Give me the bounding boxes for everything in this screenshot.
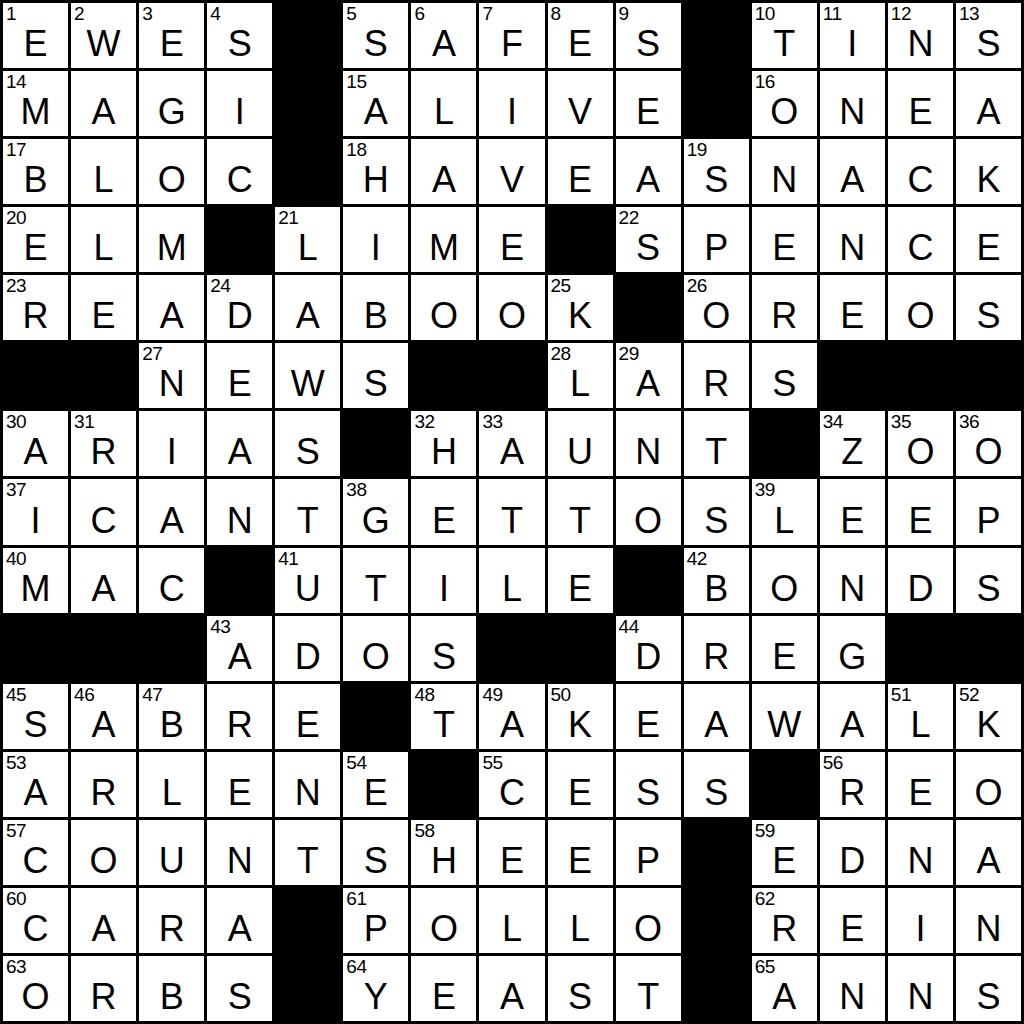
letter-cell-r15c9[interactable]: S — [548, 956, 613, 1021]
letter-cell-r8c4[interactable]: N — [207, 479, 272, 544]
letter-cell-r8c12[interactable]: 39L — [752, 479, 817, 544]
letter-cell-r11c14[interactable]: 51L — [888, 684, 953, 749]
letter-cell-r3c10[interactable]: A — [616, 139, 681, 204]
clue-number: 4 — [210, 3, 220, 25]
letter-cell-r6c12[interactable]: S — [752, 343, 817, 408]
letter-cell-r4c8[interactable]: E — [479, 207, 544, 272]
cell-letter: C — [23, 911, 49, 947]
letter-cell-r2c6[interactable]: 15A — [343, 71, 408, 136]
letter-cell-r1c4[interactable]: 4S — [207, 3, 272, 68]
black-cell — [411, 752, 476, 817]
cell-letter: T — [365, 571, 387, 607]
letter-cell-r14c1[interactable]: 60C — [3, 888, 68, 953]
clue-number: 18 — [346, 139, 366, 161]
letter-cell-r15c2[interactable]: R — [71, 956, 136, 1021]
letter-cell-r14c12[interactable]: 62R — [752, 888, 817, 953]
cell-letter: I — [439, 571, 449, 607]
cell-letter: I — [507, 94, 517, 130]
letter-cell-r2c1[interactable]: 14M — [3, 71, 68, 136]
letter-cell-r4c12[interactable]: E — [752, 207, 817, 272]
cell-letter: B — [160, 979, 184, 1015]
crossword-board: 1E2W3E4S5S6A7F8E9S10T11I12N13S14MAGI15AL… — [0, 0, 1024, 1024]
clue-number: 16 — [755, 71, 775, 93]
letter-cell-r7c8[interactable]: 33A — [479, 411, 544, 476]
letter-cell-r2c10[interactable]: E — [616, 71, 681, 136]
cell-letter: O — [498, 298, 526, 334]
clue-number: 21 — [278, 207, 298, 229]
letter-cell-r4c14[interactable]: C — [888, 207, 953, 272]
letter-cell-r6c4[interactable]: E — [207, 343, 272, 408]
letter-cell-r14c6[interactable]: 61P — [343, 888, 408, 953]
clue-number: 40 — [6, 548, 26, 570]
letter-cell-r13c7[interactable]: 58H — [411, 820, 476, 885]
letter-cell-r2c2[interactable]: A — [71, 71, 136, 136]
letter-cell-r8c8[interactable]: T — [479, 479, 544, 544]
letter-cell-r5c6[interactable]: B — [343, 275, 408, 340]
letter-cell-r7c15[interactable]: 36O — [956, 411, 1021, 476]
letter-cell-r1c13[interactable]: 11I — [820, 3, 885, 68]
letter-cell-r13c10[interactable]: P — [616, 820, 681, 885]
letter-cell-r7c2[interactable]: 31R — [71, 411, 136, 476]
cell-letter: O — [22, 979, 50, 1015]
cell-letter: E — [296, 707, 320, 743]
letter-cell-r8c14[interactable]: E — [888, 479, 953, 544]
cell-letter: L — [94, 162, 114, 198]
letter-cell-r15c4[interactable]: S — [207, 956, 272, 1021]
letter-cell-r3c15[interactable]: K — [956, 139, 1021, 204]
letter-cell-r2c7[interactable]: L — [411, 71, 476, 136]
letter-cell-r9c1[interactable]: 40M — [3, 548, 68, 613]
letter-cell-r5c15[interactable]: S — [956, 275, 1021, 340]
cell-letter: A — [432, 26, 456, 62]
letter-cell-r8c6[interactable]: 38G — [343, 479, 408, 544]
letter-cell-r7c4[interactable]: A — [207, 411, 272, 476]
cell-letter: P — [636, 843, 660, 879]
cell-letter: S — [704, 775, 728, 811]
letter-cell-r9c6[interactable]: T — [343, 548, 408, 613]
letter-cell-r3c8[interactable]: V — [479, 139, 544, 204]
letter-cell-r10c10[interactable]: 44D — [616, 616, 681, 681]
letter-cell-r7c1[interactable]: 30A — [3, 411, 68, 476]
letter-cell-r5c7[interactable]: O — [411, 275, 476, 340]
letter-cell-r8c11[interactable]: S — [684, 479, 749, 544]
letter-cell-r7c11[interactable]: T — [684, 411, 749, 476]
letter-cell-r10c6[interactable]: O — [343, 616, 408, 681]
letter-cell-r12c14[interactable]: E — [888, 752, 953, 817]
cell-letter: S — [24, 707, 48, 743]
letter-cell-r7c10[interactable]: N — [616, 411, 681, 476]
letter-cell-r9c5[interactable]: 41U — [275, 548, 340, 613]
clue-number: 42 — [687, 548, 707, 570]
letter-cell-r3c6[interactable]: 18H — [343, 139, 408, 204]
letter-cell-r12c10[interactable]: S — [616, 752, 681, 817]
cell-letter: L — [570, 366, 590, 402]
letter-cell-r5c11[interactable]: 26O — [684, 275, 749, 340]
cell-letter: E — [568, 162, 592, 198]
letter-cell-r12c2[interactable]: R — [71, 752, 136, 817]
letter-cell-r13c1[interactable]: 57C — [3, 820, 68, 885]
letter-cell-r9c3[interactable]: C — [139, 548, 204, 613]
black-cell — [343, 684, 408, 749]
cell-letter: A — [704, 707, 728, 743]
letter-cell-r9c8[interactable]: L — [479, 548, 544, 613]
letter-cell-r6c9[interactable]: 28L — [548, 343, 613, 408]
cell-letter: S — [976, 571, 1000, 607]
cell-letter: V — [500, 162, 524, 198]
clue-number: 51 — [891, 684, 911, 706]
letter-cell-r13c3[interactable]: U — [139, 820, 204, 885]
cell-letter: F — [501, 26, 523, 62]
letter-cell-r10c12[interactable]: E — [752, 616, 817, 681]
letter-cell-r15c7[interactable]: E — [411, 956, 476, 1021]
letter-cell-r4c2[interactable]: L — [71, 207, 136, 272]
cell-letter: D — [227, 298, 253, 334]
cell-letter: P — [364, 911, 388, 947]
letter-cell-r5c9[interactable]: 25K — [548, 275, 613, 340]
letter-cell-r11c12[interactable]: W — [752, 684, 817, 749]
cell-letter: N — [907, 26, 933, 62]
cell-letter: A — [500, 707, 524, 743]
cell-letter: D — [635, 639, 661, 675]
clue-number: 58 — [414, 820, 434, 842]
letter-cell-r7c7[interactable]: 32H — [411, 411, 476, 476]
letter-cell-r14c8[interactable]: L — [479, 888, 544, 953]
letter-cell-r8c9[interactable]: T — [548, 479, 613, 544]
letter-cell-r5c2[interactable]: E — [71, 275, 136, 340]
clue-number: 63 — [6, 956, 26, 978]
letter-cell-r4c15[interactable]: E — [956, 207, 1021, 272]
cell-letter: R — [839, 775, 865, 811]
letter-cell-r5c12[interactable]: R — [752, 275, 817, 340]
clue-number: 26 — [687, 275, 707, 297]
letter-cell-r8c7[interactable]: E — [411, 479, 476, 544]
letter-cell-r6c3[interactable]: 27N — [139, 343, 204, 408]
letter-cell-r11c9[interactable]: 50K — [548, 684, 613, 749]
letter-cell-r11c7[interactable]: 48T — [411, 684, 476, 749]
letter-cell-r2c9[interactable]: V — [548, 71, 613, 136]
clue-number: 1 — [6, 3, 16, 25]
letter-cell-r14c13[interactable]: E — [820, 888, 885, 953]
letter-cell-r15c10[interactable]: T — [616, 956, 681, 1021]
letter-cell-r13c2[interactable]: O — [71, 820, 136, 885]
cell-letter: S — [568, 979, 592, 1015]
letter-cell-r12c3[interactable]: L — [139, 752, 204, 817]
letter-cell-r3c3[interactable]: O — [139, 139, 204, 204]
letter-cell-r6c6[interactable]: S — [343, 343, 408, 408]
clue-number: 59 — [755, 820, 775, 842]
black-cell — [275, 888, 340, 953]
letter-cell-r4c10[interactable]: 22S — [616, 207, 681, 272]
cell-letter: N — [227, 503, 253, 539]
clue-number: 12 — [891, 3, 911, 25]
letter-cell-r3c1[interactable]: 17B — [3, 139, 68, 204]
letter-cell-r1c2[interactable]: 2W — [71, 3, 136, 68]
letter-cell-r13c9[interactable]: E — [548, 820, 613, 885]
letter-cell-r9c15[interactable]: S — [956, 548, 1021, 613]
letter-cell-r5c4[interactable]: 24D — [207, 275, 272, 340]
letter-cell-r4c6[interactable]: I — [343, 207, 408, 272]
letter-cell-r3c9[interactable]: E — [548, 139, 613, 204]
cell-letter: S — [296, 434, 320, 470]
letter-cell-r5c1[interactable]: 23R — [3, 275, 68, 340]
letter-cell-r5c13[interactable]: E — [820, 275, 885, 340]
letter-cell-r9c14[interactable]: D — [888, 548, 953, 613]
cell-letter: A — [92, 94, 116, 130]
letter-cell-r11c5[interactable]: E — [275, 684, 340, 749]
letter-cell-r14c4[interactable]: A — [207, 888, 272, 953]
black-cell — [616, 275, 681, 340]
letter-cell-r11c1[interactable]: 45S — [3, 684, 68, 749]
letter-cell-r10c5[interactable]: D — [275, 616, 340, 681]
letter-cell-r9c9[interactable]: E — [548, 548, 613, 613]
letter-cell-r3c12[interactable]: N — [752, 139, 817, 204]
letter-cell-r15c12[interactable]: 65A — [752, 956, 817, 1021]
cell-letter: K — [976, 707, 1000, 743]
letter-cell-r10c11[interactable]: R — [684, 616, 749, 681]
black-cell — [956, 343, 1021, 408]
letter-cell-r3c13[interactable]: A — [820, 139, 885, 204]
cell-letter: O — [158, 162, 186, 198]
cell-letter: E — [92, 298, 116, 334]
letter-cell-r14c3[interactable]: R — [139, 888, 204, 953]
letter-cell-r7c14[interactable]: 35O — [888, 411, 953, 476]
letter-cell-r9c2[interactable]: A — [71, 548, 136, 613]
letter-cell-r15c1[interactable]: 63O — [3, 956, 68, 1021]
letter-cell-r12c9[interactable]: E — [548, 752, 613, 817]
letter-cell-r11c8[interactable]: 49A — [479, 684, 544, 749]
clue-number: 43 — [210, 616, 230, 638]
clue-number: 25 — [551, 275, 571, 297]
clue-number: 30 — [6, 411, 26, 433]
cell-letter: A — [296, 298, 320, 334]
letter-cell-r15c3[interactable]: B — [139, 956, 204, 1021]
cell-letter: C — [227, 162, 253, 198]
cell-letter: O — [634, 503, 662, 539]
letter-cell-r7c9[interactable]: U — [548, 411, 613, 476]
letter-cell-r4c5[interactable]: 21L — [275, 207, 340, 272]
black-cell — [3, 343, 68, 408]
letter-cell-r8c2[interactable]: C — [71, 479, 136, 544]
letter-cell-r14c10[interactable]: O — [616, 888, 681, 953]
clue-number: 31 — [74, 411, 94, 433]
letter-cell-r8c13[interactable]: E — [820, 479, 885, 544]
cell-letter: O — [770, 94, 798, 130]
cell-letter: S — [228, 979, 252, 1015]
letter-cell-r14c14[interactable]: I — [888, 888, 953, 953]
letter-cell-r13c5[interactable]: T — [275, 820, 340, 885]
letter-cell-r12c8[interactable]: 55C — [479, 752, 544, 817]
cell-letter: N — [839, 230, 865, 266]
letter-cell-r6c10[interactable]: 29A — [616, 343, 681, 408]
cell-letter: T — [433, 707, 455, 743]
cell-letter: T — [569, 503, 591, 539]
letter-cell-r14c9[interactable]: L — [548, 888, 613, 953]
letter-cell-r11c4[interactable]: R — [207, 684, 272, 749]
letter-cell-r11c15[interactable]: 52K — [956, 684, 1021, 749]
letter-cell-r11c3[interactable]: 47B — [139, 684, 204, 749]
clue-number: 47 — [142, 684, 162, 706]
letter-cell-r4c3[interactable]: M — [139, 207, 204, 272]
letter-cell-r1c8[interactable]: 7F — [479, 3, 544, 68]
letter-cell-r14c7[interactable]: O — [411, 888, 476, 953]
cell-letter: A — [24, 775, 48, 811]
cell-letter: W — [87, 26, 121, 62]
letter-cell-r1c3[interactable]: 3E — [139, 3, 204, 68]
cell-letter: E — [908, 94, 932, 130]
letter-cell-r4c7[interactable]: M — [411, 207, 476, 272]
cell-letter: H — [363, 162, 389, 198]
letter-cell-r12c15[interactable]: O — [956, 752, 1021, 817]
clue-number: 37 — [6, 479, 26, 501]
letter-cell-r9c13[interactable]: N — [820, 548, 885, 613]
letter-cell-r9c11[interactable]: 42B — [684, 548, 749, 613]
cell-letter: D — [839, 843, 865, 879]
letter-cell-r13c4[interactable]: N — [207, 820, 272, 885]
cell-letter: M — [429, 230, 459, 266]
letter-cell-r5c14[interactable]: O — [888, 275, 953, 340]
letter-cell-r2c14[interactable]: E — [888, 71, 953, 136]
cell-letter: A — [92, 911, 116, 947]
cell-letter: O — [430, 298, 458, 334]
clue-number: 45 — [6, 684, 26, 706]
letter-cell-r11c11[interactable]: A — [684, 684, 749, 749]
cell-letter: G — [362, 503, 390, 539]
letter-cell-r1c10[interactable]: 9S — [616, 3, 681, 68]
letter-cell-r1c9[interactable]: 8E — [548, 3, 613, 68]
letter-cell-r12c4[interactable]: E — [207, 752, 272, 817]
letter-cell-r7c3[interactable]: I — [139, 411, 204, 476]
letter-cell-r7c5[interactable]: S — [275, 411, 340, 476]
letter-cell-r5c5[interactable]: A — [275, 275, 340, 340]
cell-letter: C — [159, 571, 185, 607]
letter-cell-r6c5[interactable]: W — [275, 343, 340, 408]
black-cell — [752, 752, 817, 817]
letter-cell-r3c11[interactable]: 19S — [684, 139, 749, 204]
letter-cell-r13c6[interactable]: S — [343, 820, 408, 885]
letter-cell-r15c6[interactable]: 64Y — [343, 956, 408, 1021]
letter-cell-r15c13[interactable]: N — [820, 956, 885, 1021]
letter-cell-r12c13[interactable]: 56R — [820, 752, 885, 817]
cell-letter: E — [976, 230, 1000, 266]
letter-cell-r7c13[interactable]: 34Z — [820, 411, 885, 476]
letter-cell-r3c7[interactable]: A — [411, 139, 476, 204]
letter-cell-r12c5[interactable]: N — [275, 752, 340, 817]
cell-letter: O — [770, 571, 798, 607]
letter-cell-r5c3[interactable]: A — [139, 275, 204, 340]
cell-letter: T — [501, 503, 523, 539]
clue-number: 19 — [687, 139, 707, 161]
letter-cell-r10c7[interactable]: S — [411, 616, 476, 681]
letter-cell-r4c11[interactable]: P — [684, 207, 749, 272]
cell-letter: E — [840, 298, 864, 334]
letter-cell-r13c14[interactable]: N — [888, 820, 953, 885]
letter-cell-r8c1[interactable]: 37I — [3, 479, 68, 544]
letter-cell-r3c4[interactable]: C — [207, 139, 272, 204]
letter-cell-r8c3[interactable]: A — [139, 479, 204, 544]
letter-cell-r12c11[interactable]: S — [684, 752, 749, 817]
clue-number: 50 — [551, 684, 571, 706]
letter-cell-r5c8[interactable]: O — [479, 275, 544, 340]
letter-cell-r4c1[interactable]: 20E — [3, 207, 68, 272]
cell-letter: B — [24, 162, 48, 198]
letter-cell-r14c2[interactable]: A — [71, 888, 136, 953]
cell-letter: P — [704, 230, 728, 266]
letter-cell-r13c13[interactable]: D — [820, 820, 885, 885]
letter-cell-r12c6[interactable]: 54E — [343, 752, 408, 817]
cell-letter: A — [500, 979, 524, 1015]
cell-letter: S — [976, 298, 1000, 334]
letter-cell-r14c15[interactable]: N — [956, 888, 1021, 953]
letter-cell-r8c5[interactable]: T — [275, 479, 340, 544]
letter-cell-r15c8[interactable]: A — [479, 956, 544, 1021]
letter-cell-r1c14[interactable]: 12N — [888, 3, 953, 68]
letter-cell-r2c3[interactable]: G — [139, 71, 204, 136]
letter-cell-r8c10[interactable]: O — [616, 479, 681, 544]
letter-cell-r2c4[interactable]: I — [207, 71, 272, 136]
cell-letter: S — [704, 503, 728, 539]
letter-cell-r11c10[interactable]: E — [616, 684, 681, 749]
letter-cell-r1c6[interactable]: 5S — [343, 3, 408, 68]
letter-cell-r2c12[interactable]: 16O — [752, 71, 817, 136]
cell-letter: C — [91, 503, 117, 539]
cell-letter: H — [431, 843, 457, 879]
clue-number: 64 — [346, 956, 366, 978]
letter-cell-r15c14[interactable]: N — [888, 956, 953, 1021]
cell-letter: T — [297, 503, 319, 539]
letter-cell-r9c12[interactable]: O — [752, 548, 817, 613]
cell-letter: A — [228, 434, 252, 470]
cell-letter: S — [364, 843, 388, 879]
cell-letter: B — [704, 571, 728, 607]
letter-cell-r3c2[interactable]: L — [71, 139, 136, 204]
letter-cell-r1c12[interactable]: 10T — [752, 3, 817, 68]
letter-cell-r4c13[interactable]: N — [820, 207, 885, 272]
letter-cell-r1c7[interactable]: 6A — [411, 3, 476, 68]
letter-cell-r15c15[interactable]: S — [956, 956, 1021, 1021]
cell-letter: S — [976, 26, 1000, 62]
cell-letter: R — [91, 979, 117, 1015]
letter-cell-r2c8[interactable]: I — [479, 71, 544, 136]
cell-letter: A — [160, 503, 184, 539]
clue-number: 46 — [74, 684, 94, 706]
letter-cell-r1c15[interactable]: 13S — [956, 3, 1021, 68]
black-cell — [888, 343, 953, 408]
cell-letter: C — [907, 230, 933, 266]
letter-cell-r13c12[interactable]: 59E — [752, 820, 817, 885]
letter-cell-r8c15[interactable]: P — [956, 479, 1021, 544]
letter-cell-r1c1[interactable]: 1E — [3, 3, 68, 68]
cell-letter: O — [906, 298, 934, 334]
letter-cell-r13c8[interactable]: E — [479, 820, 544, 885]
clue-number: 13 — [959, 3, 979, 25]
cell-letter: A — [92, 571, 116, 607]
cell-letter: C — [499, 775, 525, 811]
letter-cell-r12c1[interactable]: 53A — [3, 752, 68, 817]
letter-cell-r6c11[interactable]: R — [684, 343, 749, 408]
letter-cell-r9c7[interactable]: I — [411, 548, 476, 613]
cell-letter: N — [295, 775, 321, 811]
letter-cell-r13c15[interactable]: A — [956, 820, 1021, 885]
letter-cell-r10c13[interactable]: G — [820, 616, 885, 681]
letter-cell-r3c14[interactable]: C — [888, 139, 953, 204]
letter-cell-r11c2[interactable]: 46A — [71, 684, 136, 749]
letter-cell-r11c13[interactable]: A — [820, 684, 885, 749]
cell-letter: O — [430, 911, 458, 947]
clue-number: 34 — [823, 411, 843, 433]
letter-cell-r2c15[interactable]: A — [956, 71, 1021, 136]
letter-cell-r10c4[interactable]: 43A — [207, 616, 272, 681]
letter-cell-r2c13[interactable]: N — [820, 71, 885, 136]
